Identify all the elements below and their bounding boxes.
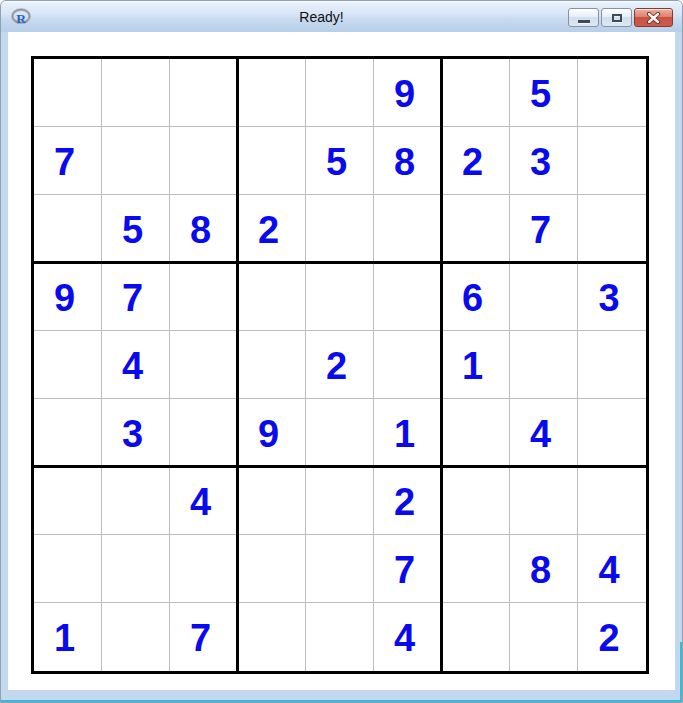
cell-r4c7[interactable]: 6 — [442, 263, 510, 331]
window-bottom-accent — [1, 700, 682, 702]
cell-r9c6[interactable]: 4 — [374, 603, 442, 671]
cell-r5c8[interactable] — [510, 331, 578, 399]
cell-r6c8[interactable]: 4 — [510, 399, 578, 467]
cell-r3c2[interactable]: 5 — [102, 195, 170, 263]
window-title: Ready! — [1, 1, 642, 32]
cell-r1c5[interactable] — [306, 59, 374, 127]
cell-r5c6[interactable] — [374, 331, 442, 399]
cell-r8c9[interactable]: 4 — [578, 535, 646, 603]
cell-r7c2[interactable] — [102, 467, 170, 535]
cell-r8c4[interactable] — [238, 535, 306, 603]
given-digit: 3 — [122, 415, 143, 453]
cell-r7c6[interactable]: 2 — [374, 467, 442, 535]
given-digit: 4 — [122, 347, 143, 385]
maximize-button[interactable] — [601, 8, 632, 27]
cell-r9c5[interactable] — [306, 603, 374, 671]
cell-r4c1[interactable]: 9 — [34, 263, 102, 331]
cell-r4c4[interactable] — [238, 263, 306, 331]
given-digit: 3 — [598, 279, 619, 317]
close-button[interactable] — [634, 8, 673, 27]
cell-r7c9[interactable] — [578, 467, 646, 535]
given-digit: 2 — [462, 143, 483, 181]
cell-r1c7[interactable] — [442, 59, 510, 127]
block-divider-horizontal-2 — [34, 465, 646, 468]
cell-r7c3[interactable]: 4 — [170, 467, 238, 535]
given-digit: 7 — [394, 551, 415, 589]
cell-r5c7[interactable]: 1 — [442, 331, 510, 399]
close-icon — [646, 12, 661, 24]
cell-r6c4[interactable]: 9 — [238, 399, 306, 467]
cell-r7c7[interactable] — [442, 467, 510, 535]
minimize-icon — [578, 20, 590, 23]
title-bar[interactable]: R Ready! — [1, 1, 682, 32]
cell-r2c9[interactable] — [578, 127, 646, 195]
cell-r8c8[interactable]: 8 — [510, 535, 578, 603]
given-digit: 7 — [190, 619, 211, 657]
given-digit: 9 — [258, 415, 279, 453]
cell-r1c9[interactable] — [578, 59, 646, 127]
given-digit: 1 — [394, 415, 415, 453]
cell-r3c5[interactable] — [306, 195, 374, 263]
cell-r8c3[interactable] — [170, 535, 238, 603]
cell-r8c7[interactable] — [442, 535, 510, 603]
given-digit: 5 — [326, 143, 347, 181]
cell-r2c5[interactable]: 5 — [306, 127, 374, 195]
given-digit: 9 — [54, 279, 75, 317]
given-digit: 1 — [54, 619, 75, 657]
given-digit: 5 — [530, 75, 551, 113]
given-digit: 4 — [190, 483, 211, 521]
cell-r7c4[interactable] — [238, 467, 306, 535]
cell-r1c2[interactable] — [102, 59, 170, 127]
cell-r5c9[interactable] — [578, 331, 646, 399]
cell-r5c1[interactable] — [34, 331, 102, 399]
cell-r9c7[interactable] — [442, 603, 510, 671]
cell-r9c8[interactable] — [510, 603, 578, 671]
app-window: R Ready! 9575823582797634213 — [0, 0, 683, 703]
cell-r6c5[interactable] — [306, 399, 374, 467]
cell-r9c2[interactable] — [102, 603, 170, 671]
cell-r3c9[interactable] — [578, 195, 646, 263]
window-right-accent — [680, 642, 682, 702]
cell-r1c3[interactable] — [170, 59, 238, 127]
cell-r4c8[interactable] — [510, 263, 578, 331]
cell-r3c6[interactable] — [374, 195, 442, 263]
block-divider-vertical-1 — [236, 59, 239, 671]
given-digit: 8 — [190, 211, 211, 249]
cell-r1c6[interactable]: 9 — [374, 59, 442, 127]
cell-r2c7[interactable]: 2 — [442, 127, 510, 195]
cell-r6c3[interactable] — [170, 399, 238, 467]
cell-r2c4[interactable] — [238, 127, 306, 195]
given-digit: 8 — [530, 551, 551, 589]
cell-r3c1[interactable] — [34, 195, 102, 263]
given-digit: 4 — [598, 551, 619, 589]
given-digit: 2 — [394, 483, 415, 521]
cell-r5c4[interactable] — [238, 331, 306, 399]
cell-r5c3[interactable] — [170, 331, 238, 399]
cell-r6c7[interactable] — [442, 399, 510, 467]
given-digit: 2 — [598, 619, 619, 657]
given-digit: 7 — [530, 211, 551, 249]
cell-r7c5[interactable] — [306, 467, 374, 535]
given-digit: 7 — [122, 279, 143, 317]
cell-r9c9[interactable]: 2 — [578, 603, 646, 671]
given-digit: 1 — [462, 347, 483, 385]
cell-r1c1[interactable] — [34, 59, 102, 127]
cell-r6c6[interactable]: 1 — [374, 399, 442, 467]
cell-r1c4[interactable] — [238, 59, 306, 127]
cell-r4c6[interactable] — [374, 263, 442, 331]
given-digit: 4 — [394, 619, 415, 657]
cell-r3c4[interactable]: 2 — [238, 195, 306, 263]
cell-r5c5[interactable]: 2 — [306, 331, 374, 399]
cell-r3c8[interactable]: 7 — [510, 195, 578, 263]
cell-r8c6[interactable]: 7 — [374, 535, 442, 603]
cell-r3c7[interactable] — [442, 195, 510, 263]
cell-r2c2[interactable] — [102, 127, 170, 195]
cell-r2c6[interactable]: 8 — [374, 127, 442, 195]
cell-r3c3[interactable]: 8 — [170, 195, 238, 263]
cell-r1c8[interactable]: 5 — [510, 59, 578, 127]
cell-r6c9[interactable] — [578, 399, 646, 467]
given-digit: 5 — [122, 211, 143, 249]
cell-r7c1[interactable] — [34, 467, 102, 535]
given-digit: 4 — [530, 415, 551, 453]
cell-r4c2[interactable]: 7 — [102, 263, 170, 331]
sudoku-board: 9575823582797634213914427841742 — [31, 56, 649, 674]
minimize-button[interactable] — [568, 8, 599, 27]
cell-r6c1[interactable] — [34, 399, 102, 467]
restore-icon — [612, 14, 622, 22]
given-digit: 3 — [530, 143, 551, 181]
cell-r9c4[interactable] — [238, 603, 306, 671]
given-digit: 6 — [462, 279, 483, 317]
cell-r8c1[interactable] — [34, 535, 102, 603]
cell-r4c3[interactable] — [170, 263, 238, 331]
block-divider-horizontal-1 — [34, 261, 646, 264]
cell-r9c1[interactable]: 1 — [34, 603, 102, 671]
window-content: 9575823582797634213914427841742 — [8, 32, 675, 690]
cell-r4c9[interactable]: 3 — [578, 263, 646, 331]
cell-r2c1[interactable]: 7 — [34, 127, 102, 195]
cell-r8c5[interactable] — [306, 535, 374, 603]
cell-r7c8[interactable] — [510, 467, 578, 535]
given-digit: 2 — [326, 347, 347, 385]
cell-r2c8[interactable]: 3 — [510, 127, 578, 195]
cell-r5c2[interactable]: 4 — [102, 331, 170, 399]
given-digit: 2 — [258, 211, 279, 249]
cell-r8c2[interactable] — [102, 535, 170, 603]
cell-r9c3[interactable]: 7 — [170, 603, 238, 671]
cell-r6c2[interactable]: 3 — [102, 399, 170, 467]
given-digit: 7 — [54, 143, 75, 181]
cell-r4c5[interactable] — [306, 263, 374, 331]
given-digit: 9 — [394, 75, 415, 113]
cell-r2c3[interactable] — [170, 127, 238, 195]
given-digit: 8 — [394, 143, 415, 181]
window-controls — [568, 8, 673, 27]
block-divider-vertical-2 — [440, 59, 443, 671]
